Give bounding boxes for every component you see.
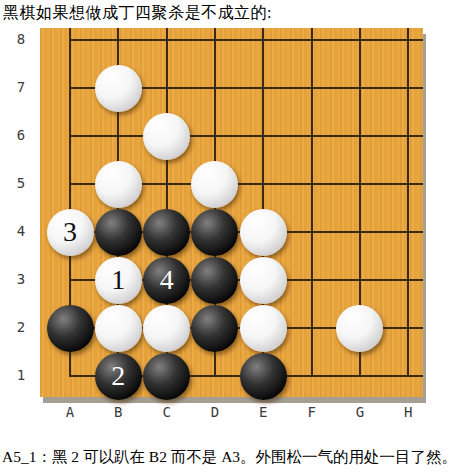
grid-line-col-F — [311, 28, 313, 377]
row-label-3: 3 — [9, 271, 33, 287]
stone-D5-white[interactable] — [191, 161, 238, 208]
page: 黑棋如果想做成丁四聚杀是不成立的: 3142 A5_1：黑 2 可以趴在 B2 … — [0, 0, 470, 472]
row-label-7: 7 — [9, 79, 33, 95]
stone-A2-black[interactable] — [47, 305, 94, 352]
col-label-E: E — [251, 404, 275, 420]
stone-B1-black[interactable]: 2 — [95, 353, 142, 400]
grid-line-col-H — [407, 28, 409, 377]
col-label-G: G — [348, 404, 372, 420]
stone-C3-black[interactable]: 4 — [143, 257, 190, 304]
stone-C1-black[interactable] — [143, 353, 190, 400]
stone-E2-white[interactable] — [240, 305, 287, 352]
col-label-B: B — [106, 404, 130, 420]
col-label-A: A — [58, 404, 82, 420]
stone-C6-white[interactable] — [143, 113, 190, 160]
stone-E1-black[interactable] — [240, 353, 287, 400]
stone-B3-white[interactable]: 1 — [95, 257, 142, 304]
stone-C4-black[interactable] — [143, 209, 190, 256]
stone-B2-white[interactable] — [95, 305, 142, 352]
stone-D2-black[interactable] — [191, 305, 238, 352]
row-label-6: 6 — [9, 127, 33, 143]
col-label-H: H — [396, 404, 420, 420]
col-label-D: D — [203, 404, 227, 420]
row-label-2: 2 — [9, 319, 33, 335]
col-label-C: C — [155, 404, 179, 420]
stone-D3-black[interactable] — [191, 257, 238, 304]
go-board[interactable]: 3142 — [40, 28, 423, 397]
row-label-5: 5 — [9, 175, 33, 191]
stone-G2-white[interactable] — [336, 305, 383, 352]
stone-B5-white[interactable] — [95, 161, 142, 208]
col-label-F: F — [300, 404, 324, 420]
row-label-1: 1 — [9, 367, 33, 383]
stone-B4-black[interactable] — [95, 209, 142, 256]
grid-line-row-8 — [69, 39, 423, 41]
stone-C2-white[interactable] — [143, 305, 190, 352]
row-label-8: 8 — [9, 31, 33, 47]
diagram-title: 黑棋如果想做成丁四聚杀是不成立的: — [3, 3, 272, 24]
stone-D4-black[interactable] — [191, 209, 238, 256]
diagram-caption: A5_1：黑 2 可以趴在 B2 而不是 A3。外围松一气的用处一目了然。 — [2, 447, 457, 468]
stone-B7-white[interactable] — [95, 65, 142, 112]
row-label-4: 4 — [9, 223, 33, 239]
grid-line-row-6 — [69, 135, 423, 137]
stone-E4-white[interactable] — [240, 209, 287, 256]
stone-A4-white[interactable]: 3 — [47, 209, 94, 256]
stone-E3-white[interactable] — [240, 257, 287, 304]
